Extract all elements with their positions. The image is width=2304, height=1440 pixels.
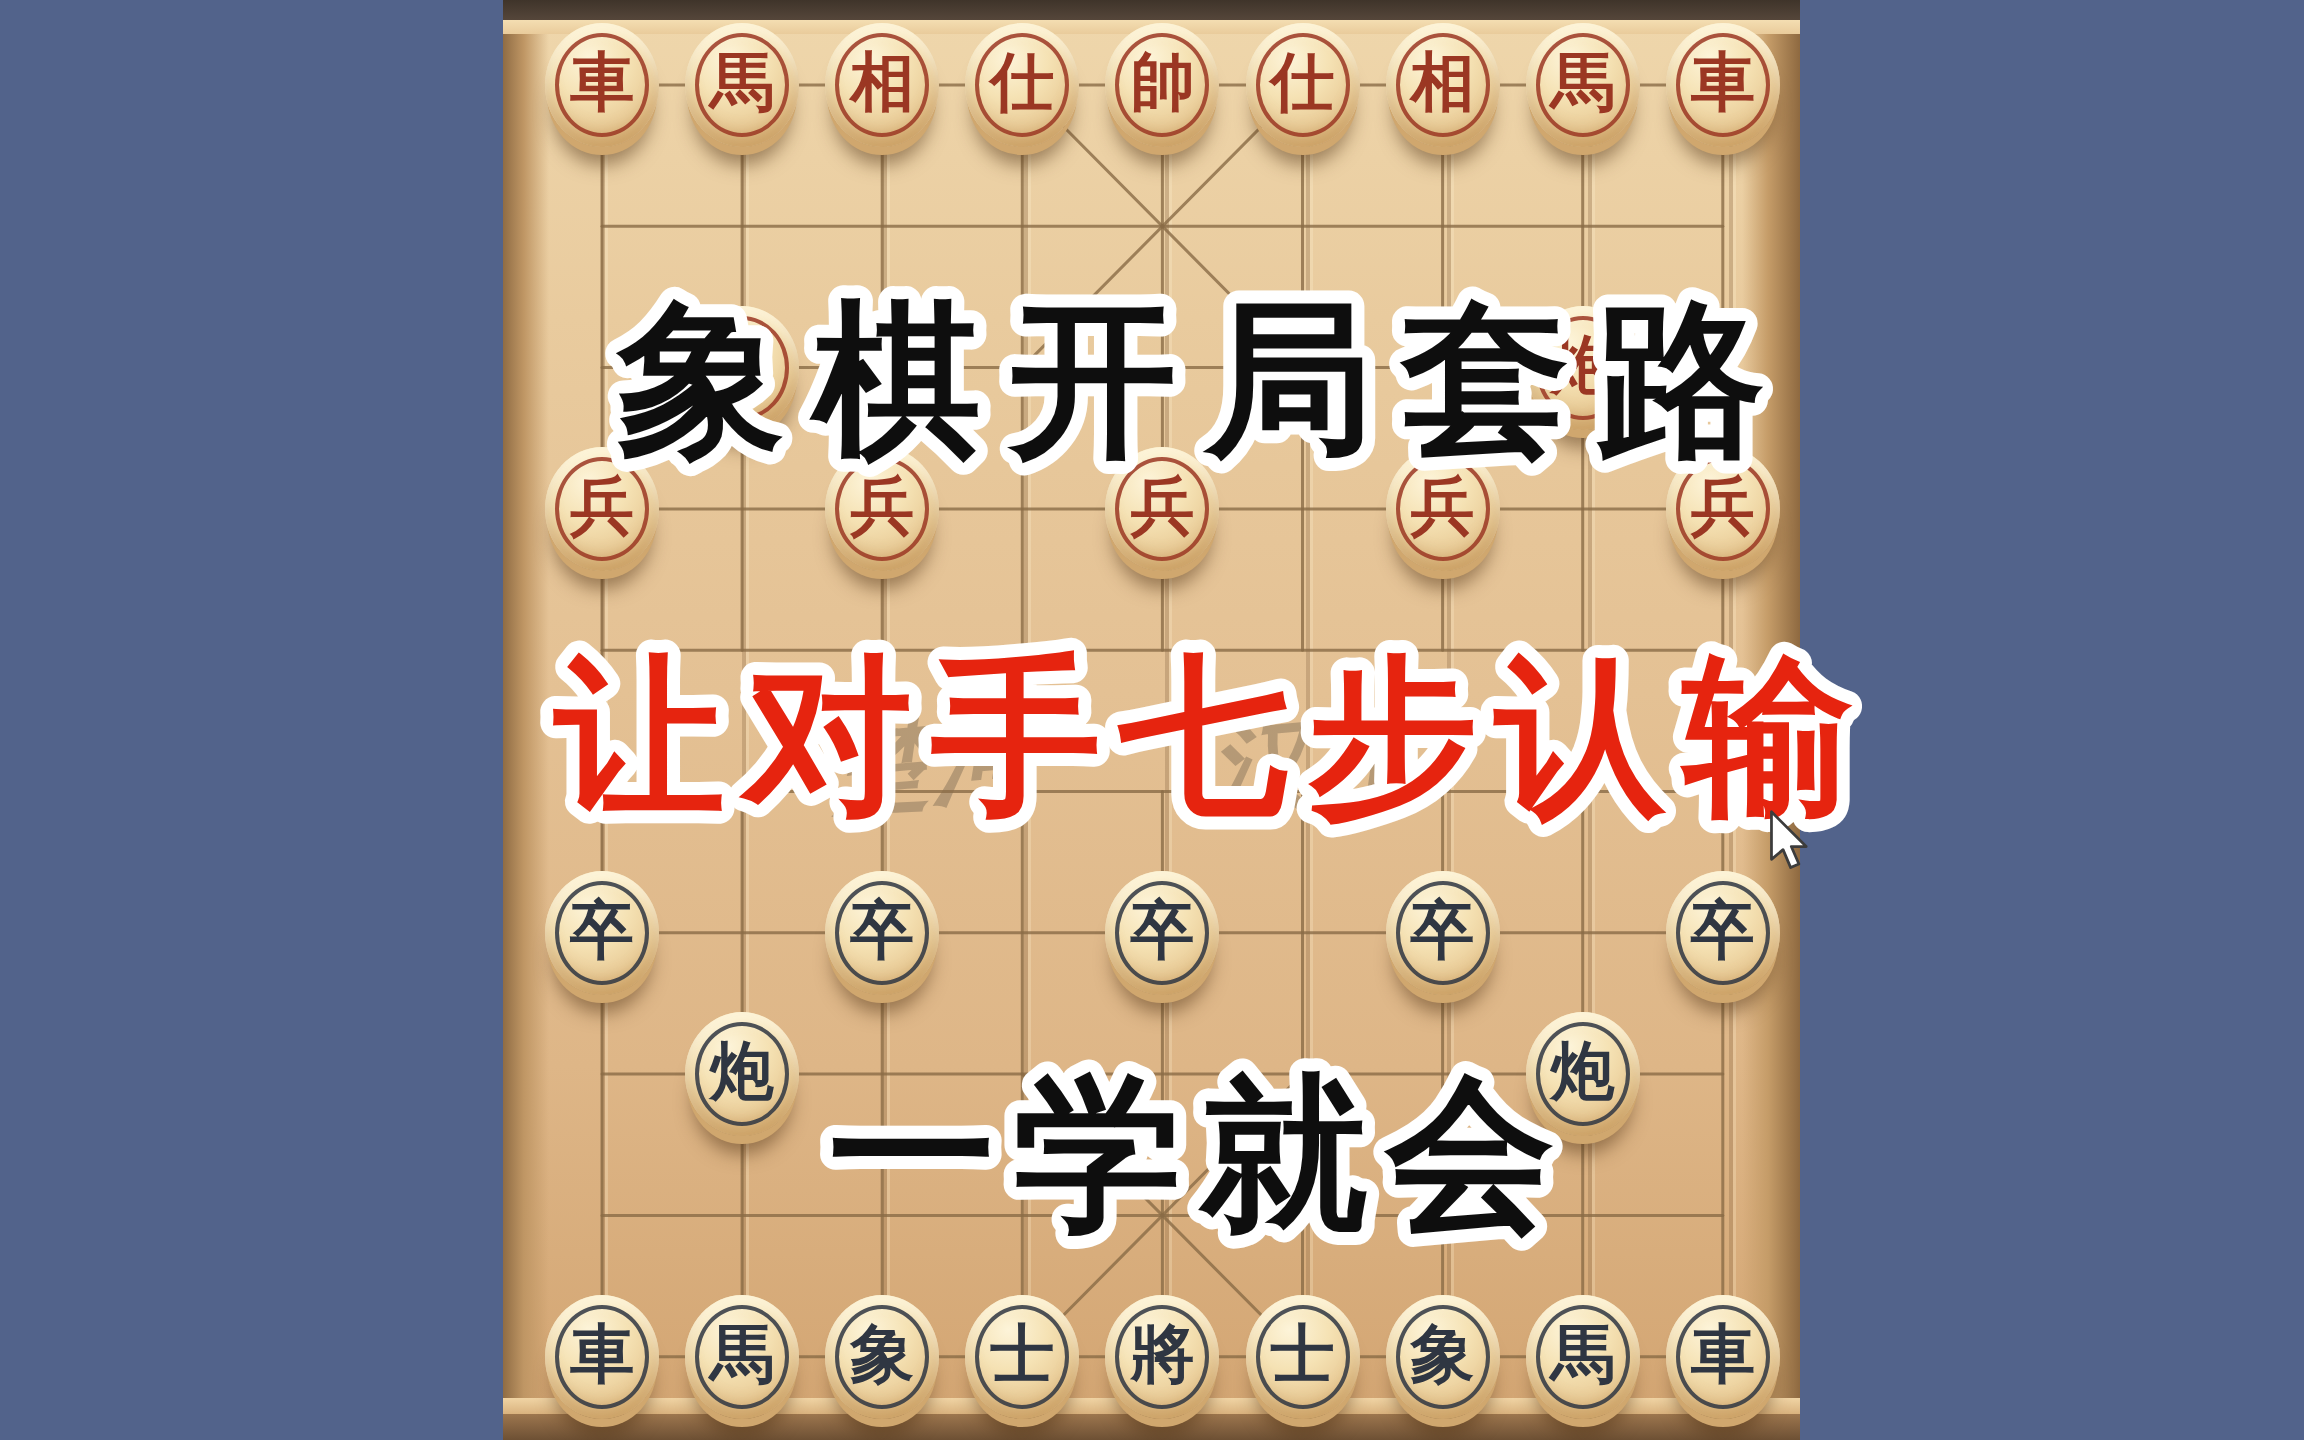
piece-glyph: 炮 xyxy=(710,1039,774,1103)
piece-red-horse[interactable]: 馬 xyxy=(685,23,799,147)
piece-red-advisor[interactable]: 仕 xyxy=(1246,23,1360,147)
piece-glyph: 炮 xyxy=(1551,1039,1615,1103)
piece-glyph: 相 xyxy=(1411,50,1475,114)
piece-glyph: 炮 xyxy=(710,333,774,397)
piece-red-cannon[interactable]: 炮 xyxy=(1526,306,1640,430)
piece-black-chariot[interactable]: 車 xyxy=(1666,1295,1780,1419)
piece-glyph: 車 xyxy=(1691,50,1755,114)
piece-glyph: 兵 xyxy=(850,474,914,538)
pieces-layer: 車馬相仕帥仕相馬車炮炮兵兵兵兵兵卒卒卒卒卒炮炮車馬象士將士象馬車 xyxy=(0,0,2304,1440)
video-frame: 楚河 汉界 車馬相仕帥仕相馬車炮炮兵兵兵兵兵卒卒卒卒卒炮炮車馬象士將士象馬車 象… xyxy=(0,0,2304,1440)
piece-red-soldier[interactable]: 兵 xyxy=(1666,447,1780,571)
piece-black-elephant[interactable]: 象 xyxy=(1386,1295,1500,1419)
piece-glyph: 馬 xyxy=(1551,50,1615,114)
piece-glyph: 炮 xyxy=(1551,333,1615,397)
piece-glyph: 帥 xyxy=(1130,50,1194,114)
piece-glyph: 象 xyxy=(850,1322,914,1386)
piece-red-soldier[interactable]: 兵 xyxy=(825,447,939,571)
piece-red-general[interactable]: 帥 xyxy=(1105,23,1219,147)
piece-red-advisor[interactable]: 仕 xyxy=(965,23,1079,147)
piece-red-elephant[interactable]: 相 xyxy=(825,23,939,147)
piece-red-soldier[interactable]: 兵 xyxy=(1386,447,1500,571)
mouse-cursor xyxy=(1766,810,1812,874)
piece-red-soldier[interactable]: 兵 xyxy=(1105,447,1219,571)
piece-black-horse[interactable]: 馬 xyxy=(1526,1295,1640,1419)
piece-glyph: 兵 xyxy=(1411,474,1475,538)
piece-glyph: 兵 xyxy=(570,474,634,538)
piece-glyph: 馬 xyxy=(1551,1322,1615,1386)
piece-glyph: 仕 xyxy=(990,50,1054,114)
piece-glyph: 將 xyxy=(1130,1322,1194,1386)
piece-glyph: 車 xyxy=(570,1322,634,1386)
piece-glyph: 卒 xyxy=(850,898,914,962)
piece-glyph: 車 xyxy=(1691,1322,1755,1386)
piece-black-chariot[interactable]: 車 xyxy=(545,1295,659,1419)
piece-glyph: 兵 xyxy=(1691,474,1755,538)
piece-glyph: 兵 xyxy=(1130,474,1194,538)
piece-glyph: 馬 xyxy=(710,1322,774,1386)
piece-black-cannon[interactable]: 炮 xyxy=(685,1012,799,1136)
piece-glyph: 車 xyxy=(570,50,634,114)
piece-black-soldier[interactable]: 卒 xyxy=(825,871,939,995)
piece-glyph: 卒 xyxy=(1411,898,1475,962)
piece-black-soldier[interactable]: 卒 xyxy=(1105,871,1219,995)
piece-black-horse[interactable]: 馬 xyxy=(685,1295,799,1419)
piece-red-chariot[interactable]: 車 xyxy=(545,23,659,147)
piece-black-advisor[interactable]: 士 xyxy=(1246,1295,1360,1419)
piece-red-cannon[interactable]: 炮 xyxy=(685,306,799,430)
piece-red-soldier[interactable]: 兵 xyxy=(545,447,659,571)
piece-black-cannon[interactable]: 炮 xyxy=(1526,1012,1640,1136)
piece-glyph: 士 xyxy=(990,1322,1054,1386)
piece-glyph: 卒 xyxy=(1691,898,1755,962)
piece-red-horse[interactable]: 馬 xyxy=(1526,23,1640,147)
piece-glyph: 卒 xyxy=(570,898,634,962)
piece-glyph: 士 xyxy=(1271,1322,1335,1386)
piece-glyph: 象 xyxy=(1411,1322,1475,1386)
piece-black-general[interactable]: 將 xyxy=(1105,1295,1219,1419)
piece-black-soldier[interactable]: 卒 xyxy=(1666,871,1780,995)
piece-black-soldier[interactable]: 卒 xyxy=(545,871,659,995)
piece-red-chariot[interactable]: 車 xyxy=(1666,23,1780,147)
piece-black-soldier[interactable]: 卒 xyxy=(1386,871,1500,995)
piece-black-elephant[interactable]: 象 xyxy=(825,1295,939,1419)
piece-red-elephant[interactable]: 相 xyxy=(1386,23,1500,147)
piece-glyph: 相 xyxy=(850,50,914,114)
piece-glyph: 卒 xyxy=(1130,898,1194,962)
piece-glyph: 仕 xyxy=(1271,50,1335,114)
piece-black-advisor[interactable]: 士 xyxy=(965,1295,1079,1419)
piece-glyph: 馬 xyxy=(710,50,774,114)
